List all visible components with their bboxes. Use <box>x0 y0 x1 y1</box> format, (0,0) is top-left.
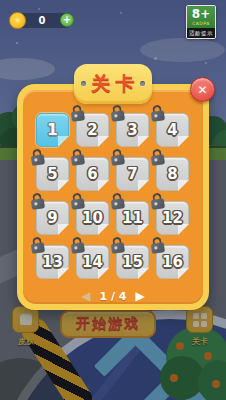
close-icon[interactable]: ✕ <box>190 77 215 102</box>
panel-title: 关卡 <box>87 71 140 97</box>
level-tile-7[interactable]: 7 <box>116 157 149 191</box>
level-tile-13[interactable]: 13 <box>36 245 69 279</box>
lock-icon <box>110 192 126 210</box>
level-tile-14[interactable]: 14 <box>76 245 109 279</box>
lock-icon <box>30 148 46 166</box>
level-tile-8[interactable]: 8 <box>156 157 189 191</box>
lock-icon <box>110 236 126 254</box>
screw-icon <box>81 81 86 86</box>
lock-icon <box>110 104 126 122</box>
title-plate: 关卡 <box>74 64 152 104</box>
age-rating-badge: 8+ CADPA 适龄提示 <box>186 5 216 39</box>
lock-icon <box>70 148 86 166</box>
lock-icon <box>70 236 86 254</box>
age-caption: 适龄提示 <box>187 28 215 38</box>
lock-icon <box>70 104 86 122</box>
level-select-panel: 关卡 ✕ 12345678910111213141516 ◀ 1 / 4 ▶ <box>17 84 209 310</box>
lock-icon <box>150 192 166 210</box>
level-tile-6[interactable]: 6 <box>76 157 109 191</box>
age-rating: 8+ <box>187 8 215 21</box>
next-page-icon[interactable]: ▶ <box>135 289 144 303</box>
coin-counter: ★ 0 + <box>11 13 73 28</box>
level-tile-5[interactable]: 5 <box>36 157 69 191</box>
level-tile-15[interactable]: 15 <box>116 245 149 279</box>
lock-icon <box>150 148 166 166</box>
level-tile-10[interactable]: 10 <box>76 201 109 235</box>
level-tile-4[interactable]: 4 <box>156 113 189 147</box>
lock-icon <box>30 192 46 210</box>
screw-icon <box>140 81 145 86</box>
game-screen: 开始游戏 皮肤 关卡 ★ 0 + 8+ CADPA 适龄提示 关卡 <box>0 0 226 400</box>
lock-icon <box>150 104 166 122</box>
level-tile-16[interactable]: 16 <box>156 245 189 279</box>
level-tile-12[interactable]: 12 <box>156 201 189 235</box>
age-org: CADPA <box>187 21 215 27</box>
level-grid: 12345678910111213141516 <box>36 113 189 279</box>
level-tile-11[interactable]: 11 <box>116 201 149 235</box>
level-tile-9[interactable]: 9 <box>36 201 69 235</box>
lock-icon <box>110 148 126 166</box>
pagination: ◀ 1 / 4 ▶ <box>17 289 209 303</box>
lock-icon <box>70 192 86 210</box>
lock-icon <box>30 236 46 254</box>
level-tile-1[interactable]: 1 <box>36 113 69 147</box>
lock-icon <box>150 236 166 254</box>
add-coins-button[interactable]: + <box>60 13 74 27</box>
page-indicator: 1 / 4 <box>100 290 127 303</box>
level-tile-3[interactable]: 3 <box>116 113 149 147</box>
level-number: 1 <box>37 114 68 146</box>
prev-page-icon[interactable]: ◀ <box>81 289 90 303</box>
level-tile-2[interactable]: 2 <box>76 113 109 147</box>
